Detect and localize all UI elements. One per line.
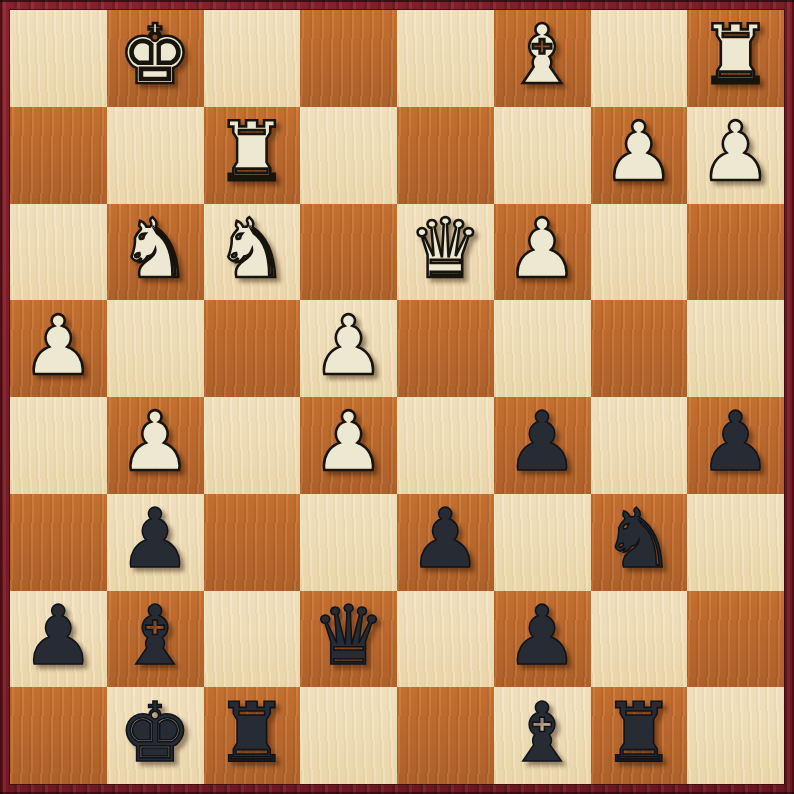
white-queen-e6[interactable]: ♛ (409, 208, 483, 290)
square-f6[interactable]: ♟ (494, 204, 591, 301)
square-h6[interactable] (687, 204, 784, 301)
square-c3[interactable] (204, 494, 301, 591)
square-h3[interactable] (687, 494, 784, 591)
square-f5[interactable] (494, 300, 591, 397)
square-h8[interactable]: ♜ (687, 10, 784, 107)
square-e4[interactable] (397, 397, 494, 494)
square-d4[interactable]: ♟ (300, 397, 397, 494)
white-pawn-h7[interactable]: ♟ (699, 111, 773, 193)
square-b7[interactable] (107, 107, 204, 204)
white-pawn-f6[interactable]: ♟ (505, 208, 579, 290)
square-d8[interactable] (300, 10, 397, 107)
square-e1[interactable] (397, 687, 494, 784)
black-king-b1[interactable]: ♚ (118, 692, 192, 774)
white-king-b8[interactable]: ♚ (118, 14, 192, 96)
square-h5[interactable] (687, 300, 784, 397)
square-e8[interactable] (397, 10, 494, 107)
square-h7[interactable]: ♟ (687, 107, 784, 204)
square-e6[interactable]: ♛ (397, 204, 494, 301)
white-pawn-b4[interactable]: ♟ (118, 401, 192, 483)
square-d1[interactable] (300, 687, 397, 784)
white-rook-c7[interactable]: ♜ (215, 111, 289, 193)
board-frame: ♚♝♜♜♟♟♞♞♛♟♟♟♟♟♟♟♟♟♞♟♝♛♟♚♜♝♜ (0, 0, 794, 794)
square-f8[interactable]: ♝ (494, 10, 591, 107)
black-rook-c1[interactable]: ♜ (215, 692, 289, 774)
square-c8[interactable] (204, 10, 301, 107)
square-e7[interactable] (397, 107, 494, 204)
square-g7[interactable]: ♟ (591, 107, 688, 204)
square-a3[interactable] (10, 494, 107, 591)
square-c2[interactable] (204, 591, 301, 688)
square-b3[interactable]: ♟ (107, 494, 204, 591)
square-a6[interactable] (10, 204, 107, 301)
square-a4[interactable] (10, 397, 107, 494)
square-c4[interactable] (204, 397, 301, 494)
black-knight-g3[interactable]: ♞ (602, 498, 676, 580)
square-b4[interactable]: ♟ (107, 397, 204, 494)
square-f1[interactable]: ♝ (494, 687, 591, 784)
square-b5[interactable] (107, 300, 204, 397)
square-e5[interactable] (397, 300, 494, 397)
square-g4[interactable] (591, 397, 688, 494)
white-knight-c6[interactable]: ♞ (215, 208, 289, 290)
square-c1[interactable]: ♜ (204, 687, 301, 784)
square-h2[interactable] (687, 591, 784, 688)
square-f7[interactable] (494, 107, 591, 204)
black-pawn-b3[interactable]: ♟ (118, 498, 192, 580)
square-d5[interactable]: ♟ (300, 300, 397, 397)
white-pawn-d4[interactable]: ♟ (312, 401, 386, 483)
white-bishop-f8[interactable]: ♝ (505, 14, 579, 96)
square-a7[interactable] (10, 107, 107, 204)
square-g1[interactable]: ♜ (591, 687, 688, 784)
square-a5[interactable]: ♟ (10, 300, 107, 397)
square-c6[interactable]: ♞ (204, 204, 301, 301)
white-pawn-a5[interactable]: ♟ (22, 305, 96, 387)
black-pawn-f4[interactable]: ♟ (505, 401, 579, 483)
square-b2[interactable]: ♝ (107, 591, 204, 688)
square-a8[interactable] (10, 10, 107, 107)
white-rook-h8[interactable]: ♜ (699, 14, 773, 96)
black-rook-g1[interactable]: ♜ (602, 692, 676, 774)
square-e2[interactable] (397, 591, 494, 688)
square-g6[interactable] (591, 204, 688, 301)
square-h1[interactable] (687, 687, 784, 784)
square-d6[interactable] (300, 204, 397, 301)
square-a2[interactable]: ♟ (10, 591, 107, 688)
square-g3[interactable]: ♞ (591, 494, 688, 591)
square-g8[interactable] (591, 10, 688, 107)
square-f3[interactable] (494, 494, 591, 591)
black-bishop-f1[interactable]: ♝ (505, 692, 579, 774)
square-g2[interactable] (591, 591, 688, 688)
black-pawn-h4[interactable]: ♟ (699, 401, 773, 483)
board: ♚♝♜♜♟♟♞♞♛♟♟♟♟♟♟♟♟♟♞♟♝♛♟♚♜♝♜ (10, 10, 784, 784)
square-b1[interactable]: ♚ (107, 687, 204, 784)
white-pawn-g7[interactable]: ♟ (602, 111, 676, 193)
black-pawn-f2[interactable]: ♟ (505, 595, 579, 677)
black-pawn-e3[interactable]: ♟ (409, 498, 483, 580)
white-knight-b6[interactable]: ♞ (118, 208, 192, 290)
square-b6[interactable]: ♞ (107, 204, 204, 301)
square-d3[interactable] (300, 494, 397, 591)
square-g5[interactable] (591, 300, 688, 397)
square-f4[interactable]: ♟ (494, 397, 591, 494)
black-pawn-a2[interactable]: ♟ (22, 595, 96, 677)
square-b8[interactable]: ♚ (107, 10, 204, 107)
square-e3[interactable]: ♟ (397, 494, 494, 591)
black-bishop-b2[interactable]: ♝ (118, 595, 192, 677)
black-queen-d2[interactable]: ♛ (312, 595, 386, 677)
square-c7[interactable]: ♜ (204, 107, 301, 204)
square-c5[interactable] (204, 300, 301, 397)
white-pawn-d5[interactable]: ♟ (312, 305, 386, 387)
square-f2[interactable]: ♟ (494, 591, 591, 688)
square-d2[interactable]: ♛ (300, 591, 397, 688)
square-d7[interactable] (300, 107, 397, 204)
square-a1[interactable] (10, 687, 107, 784)
square-h4[interactable]: ♟ (687, 397, 784, 494)
